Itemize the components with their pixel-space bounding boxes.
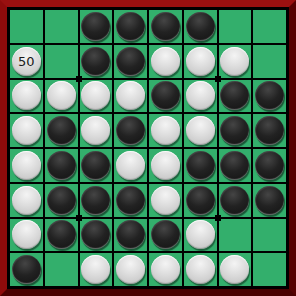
cell-d8[interactable]: [114, 253, 147, 286]
black-disc: [186, 12, 215, 41]
white-disc: [186, 47, 215, 76]
cell-e1[interactable]: [149, 10, 182, 43]
cell-a7[interactable]: [10, 219, 43, 252]
cell-g7[interactable]: [219, 219, 252, 252]
cell-c7[interactable]: [80, 219, 113, 252]
black-disc: [116, 116, 145, 145]
cell-a6[interactable]: [10, 184, 43, 217]
cell-h4[interactable]: [253, 114, 286, 147]
white-disc: [151, 151, 180, 180]
cell-f3[interactable]: [184, 80, 217, 113]
cell-d6[interactable]: [114, 184, 147, 217]
white-disc: [220, 255, 249, 284]
cell-b7[interactable]: [45, 219, 78, 252]
cell-c1[interactable]: [80, 10, 113, 43]
white-disc: [151, 116, 180, 145]
black-disc: [81, 12, 110, 41]
cell-c3[interactable]: [80, 80, 113, 113]
cell-f1[interactable]: [184, 10, 217, 43]
cell-a8[interactable]: [10, 253, 43, 286]
cell-b3[interactable]: [45, 80, 78, 113]
black-disc: [116, 186, 145, 215]
cell-e2[interactable]: [149, 45, 182, 78]
cell-b6[interactable]: [45, 184, 78, 217]
cell-g1[interactable]: [219, 10, 252, 43]
white-disc: [81, 116, 110, 145]
othello-board: 50: [10, 10, 286, 286]
white-disc: [12, 116, 41, 145]
black-disc: [47, 151, 76, 180]
cell-e6[interactable]: [149, 184, 182, 217]
star-point-br: [215, 215, 221, 221]
cell-f6[interactable]: [184, 184, 217, 217]
cell-d1[interactable]: [114, 10, 147, 43]
white-disc: [186, 81, 215, 110]
cell-c6[interactable]: [80, 184, 113, 217]
cell-h8[interactable]: [253, 253, 286, 286]
cell-c8[interactable]: [80, 253, 113, 286]
black-disc: [47, 186, 76, 215]
black-disc: [186, 186, 215, 215]
cell-a1[interactable]: [10, 10, 43, 43]
white-disc: [116, 81, 145, 110]
cell-f7[interactable]: [184, 219, 217, 252]
cell-h7[interactable]: [253, 219, 286, 252]
star-point-bl: [76, 215, 82, 221]
black-disc: [220, 186, 249, 215]
cell-e3[interactable]: [149, 80, 182, 113]
white-disc: [81, 255, 110, 284]
cell-f4[interactable]: [184, 114, 217, 147]
cell-g6[interactable]: [219, 184, 252, 217]
black-disc: [116, 47, 145, 76]
black-disc: [81, 47, 110, 76]
cell-f2[interactable]: [184, 45, 217, 78]
cell-d3[interactable]: [114, 80, 147, 113]
white-disc: [220, 47, 249, 76]
black-disc: [220, 151, 249, 180]
cell-g5[interactable]: [219, 149, 252, 182]
cell-g2[interactable]: [219, 45, 252, 78]
black-disc: [255, 151, 284, 180]
cell-b8[interactable]: [45, 253, 78, 286]
black-disc: [255, 186, 284, 215]
cell-b5[interactable]: [45, 149, 78, 182]
cell-c4[interactable]: [80, 114, 113, 147]
cell-b2[interactable]: [45, 45, 78, 78]
white-disc: [81, 81, 110, 110]
cell-d4[interactable]: [114, 114, 147, 147]
black-disc: [47, 220, 76, 249]
white-disc: [186, 220, 215, 249]
cell-a2[interactable]: 50: [10, 45, 43, 78]
board-inner-frame: 50: [7, 7, 289, 289]
white-disc: [12, 186, 41, 215]
cell-h2[interactable]: [253, 45, 286, 78]
white-disc: [186, 116, 215, 145]
cell-g8[interactable]: [219, 253, 252, 286]
cell-b4[interactable]: [45, 114, 78, 147]
cell-h1[interactable]: [253, 10, 286, 43]
white-disc: [12, 220, 41, 249]
cell-f8[interactable]: [184, 253, 217, 286]
black-disc: [81, 220, 110, 249]
white-disc: [151, 186, 180, 215]
white-disc: [116, 151, 145, 180]
star-point-tr: [215, 76, 221, 82]
cell-c2[interactable]: [80, 45, 113, 78]
white-disc: 50: [12, 47, 41, 76]
black-disc: [151, 12, 180, 41]
star-point-tl: [76, 76, 82, 82]
cell-e8[interactable]: [149, 253, 182, 286]
cell-h6[interactable]: [253, 184, 286, 217]
black-disc: [81, 151, 110, 180]
black-disc: [255, 116, 284, 145]
black-disc: [255, 81, 284, 110]
white-disc: [151, 255, 180, 284]
cell-h3[interactable]: [253, 80, 286, 113]
white-disc: [47, 81, 76, 110]
cell-e7[interactable]: [149, 219, 182, 252]
cell-e4[interactable]: [149, 114, 182, 147]
cell-g3[interactable]: [219, 80, 252, 113]
cell-d2[interactable]: [114, 45, 147, 78]
black-disc: [220, 116, 249, 145]
black-disc: [47, 116, 76, 145]
cell-e5[interactable]: [149, 149, 182, 182]
cell-g4[interactable]: [219, 114, 252, 147]
black-disc: [186, 151, 215, 180]
cell-a3[interactable]: [10, 80, 43, 113]
white-disc: [116, 255, 145, 284]
white-disc: [12, 81, 41, 110]
cell-b1[interactable]: [45, 10, 78, 43]
cell-a4[interactable]: [10, 114, 43, 147]
white-disc: [186, 255, 215, 284]
cell-h5[interactable]: [253, 149, 286, 182]
cell-f5[interactable]: [184, 149, 217, 182]
cell-d5[interactable]: [114, 149, 147, 182]
black-disc: [151, 81, 180, 110]
cell-d7[interactable]: [114, 219, 147, 252]
black-disc: [116, 12, 145, 41]
black-disc: [151, 220, 180, 249]
white-disc: [151, 47, 180, 76]
board-frame: 50: [0, 0, 296, 296]
cell-c5[interactable]: [80, 149, 113, 182]
black-disc: [220, 81, 249, 110]
cell-a5[interactable]: [10, 149, 43, 182]
black-disc: [81, 186, 110, 215]
black-disc: [116, 220, 145, 249]
move-number-label: 50: [18, 55, 35, 68]
black-disc: [12, 255, 41, 284]
white-disc: [12, 151, 41, 180]
